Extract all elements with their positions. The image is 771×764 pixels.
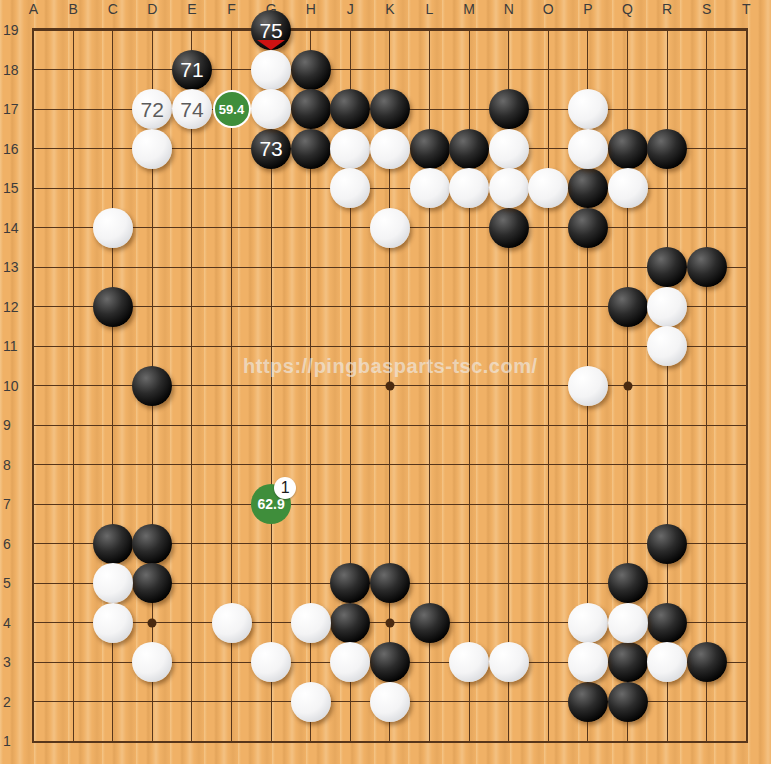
stone-white-P4[interactable] — [568, 603, 608, 643]
stone-white-D17[interactable]: 72 — [132, 89, 172, 129]
stone-black-H16[interactable] — [291, 129, 331, 169]
coord-label-top-B: B — [68, 1, 77, 17]
coord-label-left-6: 6 — [3, 536, 31, 552]
coord-label-top-R: R — [662, 1, 672, 17]
coord-label-top-P: P — [583, 1, 592, 17]
coord-label-top-C: C — [108, 1, 118, 17]
watermark: https://pingbasparts-tsc.com/ — [243, 355, 538, 378]
stone-black-J5[interactable] — [330, 563, 370, 603]
coord-label-top-S: S — [702, 1, 711, 17]
coord-label-top-T: T — [742, 1, 751, 17]
stone-white-N3[interactable] — [489, 642, 529, 682]
stone-white-Q15[interactable] — [608, 168, 648, 208]
stone-black-N14[interactable] — [489, 208, 529, 248]
stone-white-P10[interactable] — [568, 366, 608, 406]
stone-white-K16[interactable] — [370, 129, 410, 169]
stone-white-J16[interactable] — [330, 129, 370, 169]
stone-black-J17[interactable] — [330, 89, 370, 129]
stone-white-J15[interactable] — [330, 168, 370, 208]
stone-white-R11[interactable] — [647, 326, 687, 366]
stone-black-D5[interactable] — [132, 563, 172, 603]
stone-black-K3[interactable] — [370, 642, 410, 682]
stone-black-H17[interactable] — [291, 89, 331, 129]
coord-label-top-D: D — [147, 1, 157, 17]
coord-label-left-11: 11 — [3, 338, 31, 354]
stone-black-G19[interactable]: 75 — [251, 10, 291, 50]
stone-white-N15[interactable] — [489, 168, 529, 208]
stone-black-H18[interactable] — [291, 50, 331, 90]
stone-black-C12[interactable] — [93, 287, 133, 327]
stone-black-C6[interactable] — [93, 524, 133, 564]
coord-label-top-O: O — [543, 1, 554, 17]
stone-black-S3[interactable] — [687, 642, 727, 682]
coord-label-top-F: F — [227, 1, 236, 17]
coord-label-top-M: M — [463, 1, 475, 17]
stone-black-R4[interactable] — [647, 603, 687, 643]
stone-white-P17[interactable] — [568, 89, 608, 129]
coord-label-left-15: 15 — [3, 180, 31, 196]
stone-white-H2[interactable] — [291, 682, 331, 722]
coord-label-top-N: N — [504, 1, 514, 17]
stone-white-G17[interactable] — [251, 89, 291, 129]
stone-white-H4[interactable] — [291, 603, 331, 643]
stone-white-R3[interactable] — [647, 642, 687, 682]
stone-black-R16[interactable] — [647, 129, 687, 169]
stone-black-Q12[interactable] — [608, 287, 648, 327]
coord-label-top-J: J — [347, 1, 354, 17]
stone-black-E18[interactable]: 71 — [172, 50, 212, 90]
stone-white-C4[interactable] — [93, 603, 133, 643]
move-number-73: 73 — [259, 138, 282, 159]
star-point-D4 — [148, 618, 157, 627]
stone-white-K14[interactable] — [370, 208, 410, 248]
stone-black-R13[interactable] — [647, 247, 687, 287]
suggestion-rank-badge: 1 — [274, 477, 296, 499]
stone-white-G3[interactable] — [251, 642, 291, 682]
star-point-K4 — [385, 618, 394, 627]
stone-black-D10[interactable] — [132, 366, 172, 406]
coord-label-left-12: 12 — [3, 299, 31, 315]
stone-black-L16[interactable] — [410, 129, 450, 169]
stone-black-Q3[interactable] — [608, 642, 648, 682]
stone-black-K17[interactable] — [370, 89, 410, 129]
stone-black-D6[interactable] — [132, 524, 172, 564]
stone-white-D3[interactable] — [132, 642, 172, 682]
coord-label-left-4: 4 — [3, 615, 31, 631]
stone-black-Q2[interactable] — [608, 682, 648, 722]
coord-label-left-7: 7 — [3, 496, 31, 512]
ai-suggestion-F17[interactable]: 59.4 — [213, 90, 251, 128]
stone-black-L4[interactable] — [410, 603, 450, 643]
stone-black-N17[interactable] — [489, 89, 529, 129]
stone-white-O15[interactable] — [528, 168, 568, 208]
coord-label-left-14: 14 — [3, 220, 31, 236]
coord-label-left-3: 3 — [3, 654, 31, 670]
coord-label-left-18: 18 — [3, 62, 31, 78]
stone-white-F4[interactable] — [212, 603, 252, 643]
move-number-75: 75 — [259, 20, 282, 41]
stone-black-Q5[interactable] — [608, 563, 648, 603]
star-point-K10 — [385, 381, 394, 390]
stone-white-N16[interactable] — [489, 129, 529, 169]
coord-label-top-E: E — [187, 1, 196, 17]
stone-white-Q4[interactable] — [608, 603, 648, 643]
coord-label-top-A: A — [29, 1, 38, 17]
stone-white-M3[interactable] — [449, 642, 489, 682]
stone-black-R6[interactable] — [647, 524, 687, 564]
stone-white-C5[interactable] — [93, 563, 133, 603]
coord-label-left-5: 5 — [3, 575, 31, 591]
last-move-marker — [257, 40, 285, 50]
stone-white-L15[interactable] — [410, 168, 450, 208]
move-number-71: 71 — [180, 59, 203, 80]
stone-white-P16[interactable] — [568, 129, 608, 169]
coord-label-left-8: 8 — [3, 457, 31, 473]
coord-label-left-9: 9 — [3, 417, 31, 433]
stone-black-Q16[interactable] — [608, 129, 648, 169]
coord-label-top-K: K — [385, 1, 394, 17]
coord-label-left-16: 16 — [3, 141, 31, 157]
stone-white-D16[interactable] — [132, 129, 172, 169]
stone-black-J4[interactable] — [330, 603, 370, 643]
stone-black-S13[interactable] — [687, 247, 727, 287]
stone-white-J3[interactable] — [330, 642, 370, 682]
coord-label-left-19: 19 — [3, 22, 31, 38]
stone-white-E17[interactable]: 74 — [172, 89, 212, 129]
move-number-74: 74 — [180, 99, 203, 120]
move-number-72: 72 — [141, 99, 164, 120]
stone-black-P2[interactable] — [568, 682, 608, 722]
coord-label-top-H: H — [306, 1, 316, 17]
coord-label-left-2: 2 — [3, 694, 31, 710]
coord-label-top-Q: Q — [622, 1, 633, 17]
star-point-Q10 — [623, 381, 632, 390]
coord-label-left-13: 13 — [3, 259, 31, 275]
stone-white-C14[interactable] — [93, 208, 133, 248]
stone-black-P14[interactable] — [568, 208, 608, 248]
coord-label-top-L: L — [426, 1, 434, 17]
stone-white-R12[interactable] — [647, 287, 687, 327]
stone-black-M16[interactable] — [449, 129, 489, 169]
coord-label-left-1: 1 — [3, 733, 31, 749]
coord-label-left-10: 10 — [3, 378, 31, 394]
stone-white-P3[interactable] — [568, 642, 608, 682]
stone-white-G18[interactable] — [251, 50, 291, 90]
go-board[interactable]: https://pingbasparts-tsc.com/ ABCDEFGHJK… — [0, 0, 771, 764]
stone-black-G16[interactable]: 73 — [251, 129, 291, 169]
stone-white-K2[interactable] — [370, 682, 410, 722]
stone-white-M15[interactable] — [449, 168, 489, 208]
coord-label-left-17: 17 — [3, 101, 31, 117]
stone-black-P15[interactable] — [568, 168, 608, 208]
stone-black-K5[interactable] — [370, 563, 410, 603]
